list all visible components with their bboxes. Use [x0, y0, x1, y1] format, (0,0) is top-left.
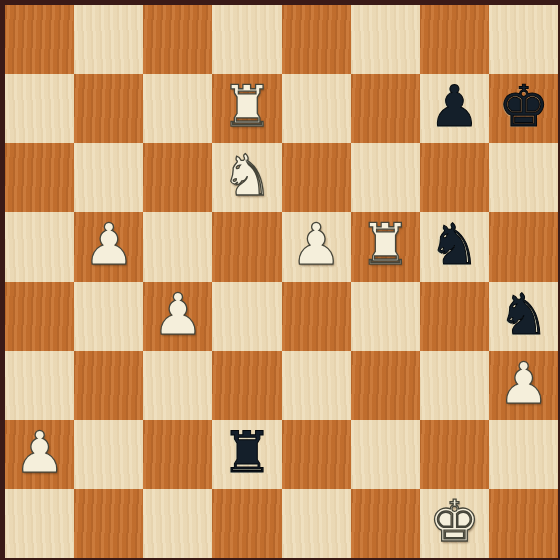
square-h7[interactable]: ♚	[489, 74, 558, 143]
white-king[interactable]: ♚	[429, 493, 480, 550]
square-h4[interactable]: ♞	[489, 282, 558, 351]
square-a2[interactable]: ♟	[5, 420, 74, 489]
white-pawn[interactable]: ♟	[498, 355, 549, 412]
square-b6[interactable]	[74, 143, 143, 212]
square-f8[interactable]	[351, 5, 420, 74]
square-c7[interactable]	[143, 74, 212, 143]
square-c1[interactable]	[143, 489, 212, 558]
square-h2[interactable]	[489, 420, 558, 489]
square-c6[interactable]	[143, 143, 212, 212]
white-pawn[interactable]: ♟	[291, 216, 342, 273]
square-f1[interactable]	[351, 489, 420, 558]
square-c2[interactable]	[143, 420, 212, 489]
black-knight[interactable]: ♞	[498, 286, 549, 343]
square-e5[interactable]: ♟	[282, 212, 351, 281]
square-c5[interactable]	[143, 212, 212, 281]
square-b4[interactable]	[74, 282, 143, 351]
square-b8[interactable]	[74, 5, 143, 74]
black-knight[interactable]: ♞	[429, 216, 480, 273]
square-e2[interactable]	[282, 420, 351, 489]
square-c8[interactable]	[143, 5, 212, 74]
square-b5[interactable]: ♟	[74, 212, 143, 281]
white-knight[interactable]: ♞	[221, 147, 272, 204]
square-d2[interactable]: ♜	[212, 420, 281, 489]
square-g7[interactable]: ♟	[420, 74, 489, 143]
square-g2[interactable]	[420, 420, 489, 489]
white-pawn[interactable]: ♟	[152, 286, 203, 343]
square-e6[interactable]	[282, 143, 351, 212]
square-f3[interactable]	[351, 351, 420, 420]
square-e1[interactable]	[282, 489, 351, 558]
square-g1[interactable]: ♚	[420, 489, 489, 558]
square-g5[interactable]: ♞	[420, 212, 489, 281]
square-b1[interactable]	[74, 489, 143, 558]
white-rook[interactable]: ♜	[221, 78, 272, 135]
square-d6[interactable]: ♞	[212, 143, 281, 212]
square-b2[interactable]	[74, 420, 143, 489]
white-rook[interactable]: ♜	[360, 216, 411, 273]
square-d7[interactable]: ♜	[212, 74, 281, 143]
square-c4[interactable]: ♟	[143, 282, 212, 351]
square-f2[interactable]	[351, 420, 420, 489]
square-a6[interactable]	[5, 143, 74, 212]
square-g3[interactable]	[420, 351, 489, 420]
white-pawn[interactable]: ♟	[83, 216, 134, 273]
chess-board: ♜♟♚♞♟♟♜♞♟♞♟♟♜♚	[5, 5, 558, 558]
square-d1[interactable]	[212, 489, 281, 558]
square-e7[interactable]	[282, 74, 351, 143]
square-h1[interactable]	[489, 489, 558, 558]
square-h8[interactable]	[489, 5, 558, 74]
square-f5[interactable]: ♜	[351, 212, 420, 281]
square-d4[interactable]	[212, 282, 281, 351]
square-a7[interactable]	[5, 74, 74, 143]
black-rook[interactable]: ♜	[221, 424, 272, 481]
square-e8[interactable]	[282, 5, 351, 74]
square-a5[interactable]	[5, 212, 74, 281]
chess-board-frame: ♜♟♚♞♟♟♜♞♟♞♟♟♜♚	[0, 0, 560, 560]
black-king[interactable]: ♚	[498, 78, 549, 135]
square-a8[interactable]	[5, 5, 74, 74]
square-a1[interactable]	[5, 489, 74, 558]
square-f7[interactable]	[351, 74, 420, 143]
square-d8[interactable]	[212, 5, 281, 74]
square-f6[interactable]	[351, 143, 420, 212]
square-a3[interactable]	[5, 351, 74, 420]
square-h5[interactable]	[489, 212, 558, 281]
square-f4[interactable]	[351, 282, 420, 351]
square-e4[interactable]	[282, 282, 351, 351]
square-g6[interactable]	[420, 143, 489, 212]
square-g8[interactable]	[420, 5, 489, 74]
square-c3[interactable]	[143, 351, 212, 420]
white-pawn[interactable]: ♟	[14, 424, 65, 481]
square-e3[interactable]	[282, 351, 351, 420]
square-h6[interactable]	[489, 143, 558, 212]
square-d5[interactable]	[212, 212, 281, 281]
square-d3[interactable]	[212, 351, 281, 420]
black-pawn[interactable]: ♟	[429, 78, 480, 135]
square-b3[interactable]	[74, 351, 143, 420]
square-a4[interactable]	[5, 282, 74, 351]
square-b7[interactable]	[74, 74, 143, 143]
square-g4[interactable]	[420, 282, 489, 351]
square-h3[interactable]: ♟	[489, 351, 558, 420]
